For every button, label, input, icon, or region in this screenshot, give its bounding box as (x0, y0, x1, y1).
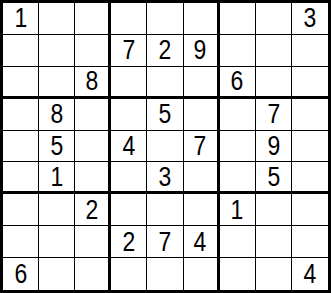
given-digit: 7 (159, 228, 172, 256)
given-digit: 9 (194, 36, 207, 64)
cell-r3c6[interactable] (184, 67, 220, 99)
cell-r5c8[interactable]: 9 (256, 131, 292, 163)
cell-r4c9[interactable] (292, 99, 328, 131)
given-digit: 9 (267, 132, 280, 160)
cell-r5c9[interactable] (292, 131, 328, 163)
cell-r2c3[interactable] (75, 35, 111, 67)
cell-r7c9[interactable] (292, 194, 328, 226)
cell-r9c6[interactable] (184, 258, 220, 290)
cell-r7c6[interactable] (184, 194, 220, 226)
cell-r8c1[interactable] (3, 226, 39, 258)
cell-r6c5[interactable]: 3 (147, 162, 183, 194)
given-digit: 8 (50, 100, 63, 128)
given-digit: 4 (194, 228, 207, 256)
cell-r9c4[interactable] (111, 258, 147, 290)
cell-r3c7[interactable]: 6 (220, 67, 256, 99)
cell-r2c2[interactable] (39, 35, 75, 67)
cell-r7c5[interactable] (147, 194, 183, 226)
given-digit: 6 (14, 260, 27, 288)
given-digit: 2 (85, 196, 98, 224)
given-digit: 3 (159, 163, 172, 191)
cell-r9c3[interactable] (75, 258, 111, 290)
cell-r2c9[interactable] (292, 35, 328, 67)
cell-r4c2[interactable]: 8 (39, 99, 75, 131)
cell-r2c6[interactable]: 9 (184, 35, 220, 67)
cell-r3c3[interactable]: 8 (75, 67, 111, 99)
cell-r1c7[interactable] (220, 3, 256, 35)
cell-r4c8[interactable]: 7 (256, 99, 292, 131)
given-digit: 1 (231, 196, 244, 224)
cell-r7c7[interactable]: 1 (220, 194, 256, 226)
given-digit: 2 (159, 36, 172, 64)
cell-r8c3[interactable] (75, 226, 111, 258)
cell-r9c2[interactable] (39, 258, 75, 290)
cell-r7c2[interactable] (39, 194, 75, 226)
cell-r5c1[interactable] (3, 131, 39, 163)
cell-r7c3[interactable]: 2 (75, 194, 111, 226)
cell-r8c8[interactable] (256, 226, 292, 258)
given-digit: 4 (122, 132, 135, 160)
cell-r6c9[interactable] (292, 162, 328, 194)
cell-r9c5[interactable] (147, 258, 183, 290)
given-digit: 6 (231, 67, 244, 95)
cell-r8c7[interactable] (220, 226, 256, 258)
cell-r1c6[interactable] (184, 3, 220, 35)
cell-r8c4[interactable]: 2 (111, 226, 147, 258)
given-digit: 7 (194, 132, 207, 160)
cell-r4c1[interactable] (3, 99, 39, 131)
cell-r8c9[interactable] (292, 226, 328, 258)
cell-r7c1[interactable] (3, 194, 39, 226)
cell-r8c2[interactable] (39, 226, 75, 258)
given-digit: 5 (267, 163, 280, 191)
given-digit: 7 (122, 36, 135, 64)
cell-r1c8[interactable] (256, 3, 292, 35)
cell-r3c5[interactable] (147, 67, 183, 99)
cell-r5c7[interactable] (220, 131, 256, 163)
cell-r2c8[interactable] (256, 35, 292, 67)
cell-r2c5[interactable]: 2 (147, 35, 183, 67)
cell-r1c2[interactable] (39, 3, 75, 35)
cell-r3c4[interactable] (111, 67, 147, 99)
sudoku-board: 137298685754791352127464 (0, 0, 331, 293)
cell-r7c8[interactable] (256, 194, 292, 226)
cell-r6c6[interactable] (184, 162, 220, 194)
cell-r6c3[interactable] (75, 162, 111, 194)
cell-r5c6[interactable]: 7 (184, 131, 220, 163)
cell-r1c3[interactable] (75, 3, 111, 35)
cell-r7c4[interactable] (111, 194, 147, 226)
cell-r2c1[interactable] (3, 35, 39, 67)
cell-r3c2[interactable] (39, 67, 75, 99)
given-digit: 3 (304, 4, 317, 32)
cell-r9c8[interactable] (256, 258, 292, 290)
cell-r1c5[interactable] (147, 3, 183, 35)
cell-r8c5[interactable]: 7 (147, 226, 183, 258)
cell-r6c7[interactable] (220, 162, 256, 194)
cell-r4c4[interactable] (111, 99, 147, 131)
cell-r6c8[interactable]: 5 (256, 162, 292, 194)
cell-r1c1[interactable]: 1 (3, 3, 39, 35)
cell-r9c9[interactable]: 4 (292, 258, 328, 290)
cell-r1c4[interactable] (111, 3, 147, 35)
cell-r9c7[interactable] (220, 258, 256, 290)
cell-r9c1[interactable]: 6 (3, 258, 39, 290)
given-digit: 7 (267, 100, 280, 128)
given-digit: 2 (122, 228, 135, 256)
given-digit: 5 (50, 132, 63, 160)
cell-r6c4[interactable] (111, 162, 147, 194)
cell-r3c9[interactable] (292, 67, 328, 99)
given-digit: 8 (85, 67, 98, 95)
cell-r6c2[interactable]: 1 (39, 162, 75, 194)
cell-r4c3[interactable] (75, 99, 111, 131)
cell-r6c1[interactable] (3, 162, 39, 194)
cell-r3c8[interactable] (256, 67, 292, 99)
cell-r5c5[interactable] (147, 131, 183, 163)
given-digit: 1 (50, 163, 63, 191)
cell-r5c4[interactable]: 4 (111, 131, 147, 163)
cell-r4c7[interactable] (220, 99, 256, 131)
cell-r8c6[interactable]: 4 (184, 226, 220, 258)
cell-r5c2[interactable]: 5 (39, 131, 75, 163)
cell-r5c3[interactable] (75, 131, 111, 163)
given-digit: 5 (159, 100, 172, 128)
cell-r3c1[interactable] (3, 67, 39, 99)
given-digit: 1 (14, 4, 27, 32)
cell-r1c9[interactable]: 3 (292, 3, 328, 35)
cell-r2c4[interactable]: 7 (111, 35, 147, 67)
given-digit: 4 (304, 260, 317, 288)
cell-r4c6[interactable] (184, 99, 220, 131)
cell-r4c5[interactable]: 5 (147, 99, 183, 131)
cell-r2c7[interactable] (220, 35, 256, 67)
